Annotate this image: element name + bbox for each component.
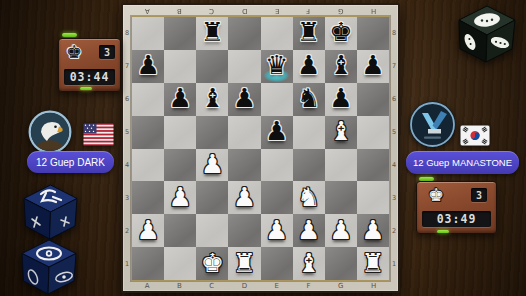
square-c8[interactable]: ♜: [196, 17, 228, 50]
white-pawn[interactable]: ♟: [361, 217, 384, 243]
square-f3[interactable]: ♞: [293, 181, 325, 214]
korea-flag-icon: [460, 125, 490, 146]
black-rook[interactable]: ♜: [201, 19, 224, 45]
square-a7[interactable]: ♟: [132, 50, 164, 83]
chess-board: ABCDEFGH ABCDEFGH 87654321 87654321 ♜♜♚♟…: [121, 3, 400, 293]
square-d2[interactable]: [228, 214, 260, 247]
file-labels-top: ABCDEFGH: [131, 5, 390, 16]
coord-label: A: [145, 7, 150, 15]
square-d7[interactable]: [228, 50, 260, 83]
coord-label: H: [371, 7, 376, 15]
square-f6[interactable]: ♞: [293, 83, 325, 116]
square-d8[interactable]: [228, 17, 260, 50]
coord-label: 4: [125, 161, 129, 169]
coord-label: 1: [125, 260, 129, 268]
rank-labels-left: 87654321: [123, 16, 131, 281]
square-g6[interactable]: ♟: [325, 83, 357, 116]
square-f1[interactable]: ♝: [293, 247, 325, 280]
square-d3[interactable]: ♟: [228, 181, 260, 214]
square-d6[interactable]: ♟: [228, 83, 260, 116]
white-time-display: 03:49: [422, 211, 491, 227]
black-king-icon: ♚: [66, 43, 82, 61]
file-labels-bottom: ABCDEFGH: [131, 281, 390, 291]
coord-label: 3: [125, 194, 129, 202]
coord-label: 5: [392, 128, 396, 136]
black-pawn[interactable]: ♟: [136, 52, 159, 78]
coord-label: 2: [392, 227, 396, 235]
black-king[interactable]: ♚: [329, 19, 352, 45]
square-g7[interactable]: ♝: [325, 50, 357, 83]
square-c5[interactable]: [196, 116, 228, 149]
square-g4[interactable]: [325, 149, 357, 182]
square-h5[interactable]: [357, 116, 389, 149]
black-queen[interactable]: ♛: [265, 52, 288, 78]
black-time-display: 03:44: [64, 69, 115, 85]
coord-label: 3: [392, 194, 396, 202]
coord-label: B: [177, 282, 182, 290]
board-squares: ♜♜♚♟♛♟♝♟♟♝♟♞♟♟♝♟♟♟♞♟♟♟♟♟♚♜♝♜: [131, 16, 390, 281]
coord-label: 4: [392, 161, 396, 169]
square-c1[interactable]: ♚: [196, 247, 228, 280]
square-b2[interactable]: [164, 214, 196, 247]
black-pawn[interactable]: ♟: [169, 85, 192, 111]
square-g2[interactable]: ♟: [325, 214, 357, 247]
right-player-avatar-manastone[interactable]: [409, 101, 456, 148]
coord-label: D: [242, 7, 247, 15]
white-bishop[interactable]: ♝: [297, 250, 320, 276]
white-rook[interactable]: ♜: [233, 250, 256, 276]
chat-die-icon: [456, 5, 518, 63]
coord-label: F: [306, 7, 310, 15]
square-a6[interactable]: [132, 83, 164, 116]
coord-label: G: [338, 7, 343, 15]
square-h1[interactable]: ♜: [357, 247, 389, 280]
square-c4[interactable]: ♟: [196, 149, 228, 182]
black-pawn[interactable]: ♟: [297, 52, 320, 78]
square-d4[interactable]: [228, 149, 260, 182]
coord-label: D: [242, 282, 247, 290]
coord-label: 1: [392, 260, 396, 268]
square-g8[interactable]: ♚: [325, 17, 357, 50]
coord-label: A: [145, 282, 150, 290]
eye-emblem-die-icon: [20, 239, 78, 295]
black-bishop[interactable]: ♝: [329, 52, 352, 78]
black-counter-display: 3: [99, 45, 115, 59]
square-e6[interactable]: [261, 83, 293, 116]
white-king[interactable]: ♚: [201, 250, 224, 276]
square-e1[interactable]: [261, 247, 293, 280]
white-counter-display: 3: [471, 188, 487, 202]
square-e3[interactable]: [261, 181, 293, 214]
coord-label: H: [371, 282, 376, 290]
square-b5[interactable]: [164, 116, 196, 149]
coord-label: 2: [125, 227, 129, 235]
coord-label: 5: [125, 128, 129, 136]
coord-label: F: [306, 282, 310, 290]
coord-label: 7: [125, 62, 129, 70]
square-h3[interactable]: [357, 181, 389, 214]
square-a5[interactable]: [132, 116, 164, 149]
square-f8[interactable]: ♜: [293, 17, 325, 50]
coord-label: 8: [125, 29, 129, 37]
square-e7[interactable]: ♛: [261, 50, 293, 83]
coord-label: C: [209, 282, 214, 290]
black-pawn[interactable]: ♟: [233, 85, 256, 111]
left-player-name[interactable]: 12 Guep DARK: [27, 151, 114, 173]
black-clock-indicator: [80, 87, 92, 90]
square-e8[interactable]: [261, 17, 293, 50]
right-player-name[interactable]: 12 Guep MANASTONE: [406, 151, 519, 174]
black-bishop[interactable]: ♝: [201, 85, 224, 111]
black-clock: ♚ 3 03:44: [58, 38, 121, 92]
square-a2[interactable]: ♟: [132, 214, 164, 247]
chess-app-screen: ABCDEFGH ABCDEFGH 87654321 87654321 ♜♜♚♟…: [0, 0, 526, 296]
white-clock-indicator: [437, 230, 449, 233]
square-e2[interactable]: ♟: [261, 214, 293, 247]
square-g5[interactable]: ♝: [325, 116, 357, 149]
square-c2[interactable]: [196, 214, 228, 247]
white-bishop[interactable]: ♝: [329, 118, 352, 144]
usa-flag-icon: [83, 123, 114, 146]
square-e4[interactable]: [261, 149, 293, 182]
square-h8[interactable]: [357, 17, 389, 50]
white-pawn[interactable]: ♟: [136, 217, 159, 243]
square-h2[interactable]: ♟: [357, 214, 389, 247]
square-c3[interactable]: [196, 181, 228, 214]
clan-emblem-die-icon: [22, 184, 79, 240]
square-b7[interactable]: [164, 50, 196, 83]
square-d1[interactable]: ♜: [228, 247, 260, 280]
coord-label: 6: [392, 95, 396, 103]
square-h7[interactable]: ♟: [357, 50, 389, 83]
coord-label: G: [338, 282, 343, 290]
square-b4[interactable]: [164, 149, 196, 182]
square-e5[interactable]: ♟: [261, 116, 293, 149]
white-rook[interactable]: ♜: [361, 250, 384, 276]
square-a4[interactable]: [132, 149, 164, 182]
turn-indicator-left: [62, 33, 77, 37]
coord-label: 8: [392, 29, 396, 37]
white-pawn[interactable]: ♟: [329, 217, 352, 243]
black-rook[interactable]: ♜: [297, 19, 320, 45]
coord-label: 6: [125, 95, 129, 103]
white-clock: ♚ 3 03:49: [416, 181, 497, 234]
white-pawn[interactable]: ♟: [233, 184, 256, 210]
square-a1[interactable]: [132, 247, 164, 280]
black-pawn[interactable]: ♟: [329, 85, 352, 111]
rank-labels-right: 87654321: [390, 16, 398, 281]
square-g1[interactable]: [325, 247, 357, 280]
square-a8[interactable]: [132, 17, 164, 50]
coord-label: E: [275, 7, 279, 15]
coord-label: E: [275, 282, 279, 290]
white-knight[interactable]: ♞: [297, 184, 320, 210]
white-pawn[interactable]: ♟: [169, 184, 192, 210]
square-c7[interactable]: [196, 50, 228, 83]
square-h4[interactable]: [357, 149, 389, 182]
white-king-icon: ♚: [428, 186, 444, 204]
square-d5[interactable]: [228, 116, 260, 149]
black-pawn[interactable]: ♟: [265, 118, 288, 144]
square-b3[interactable]: ♟: [164, 181, 196, 214]
black-knight[interactable]: ♞: [297, 85, 320, 111]
square-b1[interactable]: [164, 247, 196, 280]
square-f5[interactable]: [293, 116, 325, 149]
white-pawn[interactable]: ♟: [265, 217, 288, 243]
square-c6[interactable]: ♝: [196, 83, 228, 116]
square-f7[interactable]: ♟: [293, 50, 325, 83]
square-h6[interactable]: [357, 83, 389, 116]
coord-label: C: [209, 7, 214, 15]
coord-label: 7: [392, 62, 396, 70]
square-b8[interactable]: [164, 17, 196, 50]
black-pawn[interactable]: ♟: [361, 52, 384, 78]
left-player-avatar-eagle[interactable]: [28, 110, 72, 154]
white-pawn[interactable]: ♟: [201, 151, 224, 177]
coord-label: B: [177, 7, 182, 15]
square-b6[interactable]: ♟: [164, 83, 196, 116]
square-a3[interactable]: [132, 181, 164, 214]
square-g3[interactable]: [325, 181, 357, 214]
white-pawn[interactable]: ♟: [297, 217, 320, 243]
square-f4[interactable]: [293, 149, 325, 182]
square-f2[interactable]: ♟: [293, 214, 325, 247]
